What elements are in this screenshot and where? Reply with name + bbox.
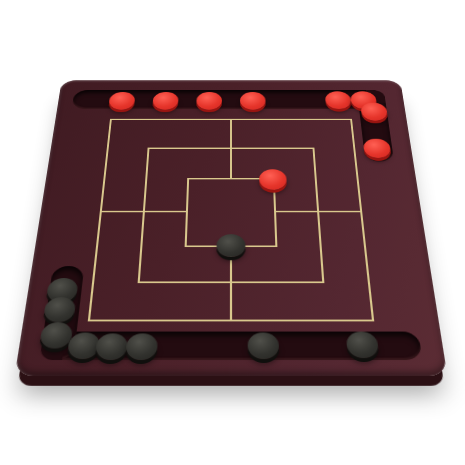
red-piece[interactable] — [325, 91, 352, 109]
black-piece[interactable] — [248, 332, 280, 359]
connector-line-left — [101, 211, 188, 213]
red-piece[interactable] — [259, 169, 287, 189]
connector-line-top — [230, 119, 232, 179]
morris-board — [15, 80, 448, 376]
red-piece[interactable] — [240, 92, 266, 110]
photo-background — [0, 0, 465, 465]
red-piece[interactable] — [196, 92, 222, 110]
connector-line-right — [274, 211, 361, 213]
